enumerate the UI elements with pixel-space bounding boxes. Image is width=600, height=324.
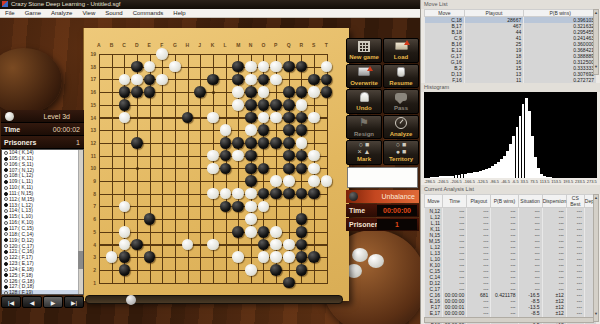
black-stone-L12	[220, 137, 232, 149]
black-stone-R3	[296, 251, 308, 263]
coord-number-18: 18	[86, 64, 96, 70]
white-stone-C5	[119, 226, 131, 238]
white-stone-in-bowl	[368, 254, 384, 268]
score-histogram	[424, 92, 597, 178]
white-stone-R15	[296, 99, 308, 111]
black-stone-N11	[245, 150, 257, 162]
coord-number-10: 10	[86, 165, 96, 171]
level-label: Level 3d	[44, 110, 70, 123]
black-stone-R6	[296, 213, 308, 225]
white-stone-K10	[207, 163, 219, 175]
overwrite-button[interactable]: Overwrite	[346, 64, 382, 89]
white-stone-Q9	[283, 175, 295, 187]
coord-number-2: 2	[86, 267, 96, 273]
column-header[interactable]: Move	[425, 10, 465, 17]
column-header[interactable]: Time	[443, 195, 467, 208]
coord-letter-D: D	[135, 42, 139, 48]
black-stone-D18	[131, 61, 143, 73]
player-prisoners-row: Prisoners 1	[346, 218, 419, 231]
coord-letter-C: C	[122, 42, 126, 48]
time-label: Time	[4, 126, 20, 133]
white-stone-K14	[207, 112, 219, 124]
analyze-button[interactable]: Analyze	[383, 115, 419, 140]
prisoners-row: Prisoners 1	[1, 136, 84, 149]
new-game-button[interactable]: New game	[346, 38, 382, 63]
white-move-icon	[4, 197, 8, 201]
white-move-icon	[4, 162, 8, 166]
white-stone-L13	[220, 124, 232, 136]
axis-label: 113.5	[540, 178, 550, 185]
black-stone-P2	[270, 264, 282, 276]
white-move-icon	[4, 221, 8, 225]
column-header[interactable]: P(B wins)	[491, 195, 518, 208]
engine-panel: Level 3d Time 00:00:02 Prisoners 1 104:(…	[1, 110, 84, 308]
candidate-table-scrollbar[interactable]: ▲▼	[593, 9, 599, 75]
white-move-icon	[4, 256, 8, 260]
black-stone-Q14	[283, 112, 295, 124]
black-stone-J16	[194, 86, 206, 98]
speech-bubble-icon	[384, 90, 418, 104]
black-stone-R16	[296, 86, 308, 98]
white-stone-R12	[296, 137, 308, 149]
coord-number-15: 15	[86, 102, 96, 108]
menu-item-file[interactable]: File	[0, 9, 20, 18]
black-stone-C16	[119, 86, 131, 98]
white-stone-D17	[131, 74, 143, 86]
white-stone-O3	[258, 251, 270, 263]
table-row[interactable]: F,16110.272727	[425, 77, 597, 83]
white-stone-icon	[5, 112, 14, 121]
column-header[interactable]: Move	[425, 195, 443, 208]
player-prisoners-value: 1	[377, 219, 417, 230]
menu-bar: FileGameAnalyzeViewSoundCommandsHelp	[0, 9, 420, 18]
black-stone-icon	[349, 192, 358, 201]
white-stone-P4	[270, 239, 282, 251]
button-label: New game	[347, 53, 381, 61]
axis-label: 33.5	[521, 178, 529, 185]
move-list-panel-caption: Move List	[421, 0, 600, 9]
black-move-icon	[4, 215, 8, 219]
black-stone-Q15	[283, 99, 295, 111]
white-stone-S16	[308, 86, 320, 98]
move-list-scrollbar[interactable]	[78, 150, 83, 294]
black-move-icon	[4, 203, 8, 207]
white-stone-F19	[156, 48, 168, 60]
white-move-icon	[4, 174, 8, 178]
pass-button: Pass	[383, 89, 419, 114]
menu-item-commands[interactable]: Commands	[128, 9, 169, 18]
go-board[interactable]: ABCDEFGHJKLMNOPQRST191817161514131211109…	[83, 28, 349, 301]
black-move-icon	[4, 250, 8, 254]
badge-arrow-icon	[367, 66, 373, 71]
white-stone-S9	[308, 175, 320, 187]
white-stone-K4	[207, 239, 219, 251]
black-stone-Q11	[283, 150, 295, 162]
white-move-icon	[4, 268, 8, 272]
white-stone-S10	[308, 163, 320, 175]
black-stone-R2	[296, 264, 308, 276]
black-stone-Q12	[283, 137, 295, 149]
black-stone-Q18	[283, 61, 295, 73]
black-stone-C15	[119, 99, 131, 111]
black-stone-S3	[308, 251, 320, 263]
black-stone-M7	[232, 201, 244, 213]
black-stone-N10	[245, 163, 257, 175]
black-stone-M12	[232, 137, 244, 149]
badge-arrow-icon	[404, 40, 410, 45]
black-stone-P12	[270, 137, 282, 149]
unbalance-button[interactable]: Unbalance	[346, 190, 419, 203]
last-move-button[interactable]: ▶|	[64, 296, 84, 308]
black-move-icon	[4, 180, 8, 184]
white-stone-P17	[270, 74, 282, 86]
white-stone-T18	[321, 61, 333, 73]
player-time-label: Time	[349, 207, 365, 214]
analysis-table-scrollbar[interactable]: ▲▼	[593, 194, 599, 322]
time-row: Time 00:00:02	[1, 123, 84, 136]
black-stone-D12	[131, 137, 143, 149]
white-move-icon	[4, 209, 8, 213]
black-stone-D16	[131, 86, 143, 98]
black-stone-N16	[245, 86, 257, 98]
black-stone-D4	[131, 239, 143, 251]
black-stone-R5	[296, 226, 308, 238]
stone-cup-icon	[384, 65, 418, 79]
move-analysis-table[interactable]: MoveTimePlayoutP(B wins)SituationDispers…	[424, 194, 597, 324]
white-stone-N7	[245, 201, 257, 213]
coord-number-17: 17	[86, 76, 96, 82]
resume-button[interactable]: Resume	[383, 64, 419, 89]
move-text: 128:( F,19)	[9, 289, 33, 295]
black-stone-Q16	[283, 86, 295, 98]
black-move-icon	[4, 168, 8, 172]
white-stone-Q4	[283, 239, 295, 251]
next-move-button[interactable]: ▶	[43, 296, 63, 308]
player-time-value: 00:00:00	[377, 205, 417, 216]
black-move-icon	[4, 157, 8, 161]
time-value: 00:00:02	[53, 123, 80, 136]
coord-letter-B: B	[110, 42, 114, 48]
black-stone-O5	[258, 226, 270, 238]
axis-label: -6.5	[512, 178, 519, 185]
black-stone-R13	[296, 124, 308, 136]
black-stone-N15	[245, 99, 257, 111]
black-move-icon	[4, 238, 8, 242]
column-header[interactable]: CS Best	[566, 195, 584, 208]
histogram-bar	[549, 177, 552, 178]
white-stone-P9	[270, 175, 282, 187]
menu-item-sound[interactable]: Sound	[100, 9, 127, 18]
coord-number-19: 19	[86, 51, 96, 57]
coord-number-9: 9	[86, 178, 96, 184]
white-stone-O16	[258, 86, 270, 98]
gauge-icon	[384, 116, 418, 130]
white-stone-N18	[245, 61, 257, 73]
coord-letter-A: A	[97, 42, 101, 48]
analysis-pane: Move List MovePlayoutP(B wins)C,18286670…	[420, 0, 600, 324]
white-stone-in-bowl	[352, 248, 368, 262]
white-move-icon	[4, 244, 8, 248]
white-move-icon	[4, 279, 8, 283]
undo-button[interactable]: Undo	[346, 89, 382, 114]
black-stone-O13	[258, 124, 270, 136]
move-slider[interactable]	[85, 295, 343, 304]
white-stone-P3	[270, 251, 282, 263]
black-stone-Q13	[283, 124, 295, 136]
column-header[interactable]: Playout	[464, 10, 524, 17]
black-stone-N14	[245, 112, 257, 124]
axis-label: 233.5	[575, 178, 585, 185]
coord-number-16: 16	[86, 89, 96, 95]
white-stone-P14	[270, 112, 282, 124]
button-label: Resign	[347, 130, 381, 138]
command-button-grid: New gameLoadOverwriteResumeUndoPass⚑Resi…	[346, 38, 419, 165]
board-grid-icon	[347, 39, 381, 53]
button-label: Mark	[347, 155, 381, 163]
menu-item-analyze[interactable]: Analyze	[46, 9, 77, 18]
white-move-icon	[4, 151, 8, 155]
coord-letter-H: H	[186, 42, 190, 48]
white-stone-N2	[245, 264, 257, 276]
level-row: Level 3d	[1, 110, 84, 123]
coord-letter-G: G	[173, 42, 177, 48]
black-stone-M5	[232, 226, 244, 238]
black-stone-O15	[258, 99, 270, 111]
button-label: Analyze	[384, 130, 418, 138]
prisoners-value: 1	[76, 136, 80, 149]
analysis-horizontal-scrollbar[interactable]	[424, 317, 594, 323]
white-stone-K11	[207, 150, 219, 162]
coord-number-7: 7	[86, 203, 96, 209]
black-stone-T17	[321, 74, 333, 86]
window-title: Crazy Stone Deep Learning - Untitled.sgf	[11, 1, 120, 7]
white-stone-M3	[232, 251, 244, 263]
coord-letter-O: O	[261, 42, 265, 48]
coord-letter-N: N	[249, 42, 253, 48]
axis-label: -286.5	[424, 178, 435, 185]
coord-letter-Q: Q	[287, 42, 291, 48]
white-stone-P5	[270, 226, 282, 238]
black-move-icon	[4, 285, 8, 289]
white-stone-M16	[232, 86, 244, 98]
hand-icon	[347, 90, 381, 104]
first-move-button[interactable]: |◀	[1, 296, 21, 308]
white-stone-K8	[207, 188, 219, 200]
histogram-axis-labels: -286.5-246.5-206.5-166.5-126.5-86.5-46.5…	[424, 178, 597, 185]
white-stone-N13	[245, 124, 257, 136]
button-label: Overwrite	[347, 79, 381, 87]
axis-label: -246.5	[437, 178, 448, 185]
axis-label: -86.5	[490, 178, 499, 185]
button-label: Resume	[384, 79, 418, 87]
move-list-item[interactable]: 128:( F,19)	[2, 290, 83, 295]
column-header[interactable]: Playout	[467, 195, 491, 208]
coord-number-12: 12	[86, 140, 96, 146]
menu-item-view[interactable]: View	[77, 9, 100, 18]
resign-button: ⚑Resign	[346, 115, 382, 140]
black-stone-Q10	[283, 163, 295, 175]
white-stone-T9	[321, 175, 333, 187]
white-stone-N5	[245, 226, 257, 238]
coord-letter-K: K	[211, 42, 215, 48]
scrollbar-thumb[interactable]	[78, 251, 83, 269]
menu-item-help[interactable]: Help	[168, 9, 190, 18]
title-bar[interactable]: Crazy Stone Deep Learning - Untitled.sgf	[0, 0, 420, 9]
territory-stones-icon: ○ ■● ■	[384, 141, 418, 155]
coord-number-13: 13	[86, 127, 96, 133]
coord-number-5: 5	[86, 229, 96, 235]
black-stone-N12	[245, 137, 257, 149]
axis-label: -206.5	[450, 178, 461, 185]
column-header[interactable]: P(B wins)	[524, 10, 597, 17]
black-stone-M17	[232, 74, 244, 86]
slider-handle[interactable]	[126, 295, 136, 305]
axis-label: -166.5	[464, 178, 475, 185]
button-label: Territory	[384, 155, 418, 163]
flag-icon: ⚑	[347, 116, 381, 130]
prisoners-label: Prisoners	[4, 139, 36, 146]
axis-label: -46.5	[501, 178, 510, 185]
load-button[interactable]: Load	[383, 38, 419, 63]
black-stone-P15	[270, 99, 282, 111]
coord-number-14: 14	[86, 115, 96, 121]
black-move-icon	[4, 227, 8, 231]
white-stone-F17	[156, 74, 168, 86]
coord-number-6: 6	[86, 216, 96, 222]
prev-move-button[interactable]: ◀	[22, 296, 42, 308]
black-stone-Q8	[283, 188, 295, 200]
axis-label: 153.5	[551, 178, 561, 185]
axis-label: 273.5	[587, 178, 597, 185]
white-stone-N17	[245, 74, 257, 86]
coord-number-3: 3	[86, 254, 96, 260]
black-move-icon	[4, 192, 8, 196]
white-stone-S14	[308, 112, 320, 124]
move-navigation: |◀◀▶▶|	[1, 296, 84, 308]
coord-number-11: 11	[86, 153, 96, 159]
territory-button[interactable]: ○ ■● ■Territory	[383, 140, 419, 165]
coord-number-4: 4	[86, 242, 96, 248]
white-move-icon	[4, 232, 8, 236]
axis-label: 193.5	[563, 178, 573, 185]
menu-item-game[interactable]: Game	[20, 9, 46, 18]
save-disk-icon	[347, 65, 381, 79]
black-stone-bowl	[0, 48, 62, 114]
white-stone-N8	[245, 188, 257, 200]
black-stone-K17	[207, 74, 219, 86]
button-label: Load	[384, 53, 418, 61]
unbalance-label: Unbalance	[382, 193, 415, 200]
column-header[interactable]: Dispersion	[542, 195, 566, 208]
candidate-move-table[interactable]: MovePlayoutP(B wins)C,18286670.396103B,1…	[424, 9, 597, 83]
white-stone-Q3	[283, 251, 295, 263]
coord-letter-J: J	[198, 42, 201, 48]
coord-letter-S: S	[312, 42, 315, 48]
coord-letter-E: E	[148, 42, 151, 48]
white-stone-G18	[169, 61, 181, 73]
folder-open-icon	[384, 39, 418, 53]
star-point-K16	[212, 91, 215, 94]
button-label: Undo	[347, 104, 381, 112]
black-stone-N9	[245, 175, 257, 187]
coord-letter-L: L	[224, 42, 227, 48]
white-stone-S11	[308, 150, 320, 162]
black-move-icon	[4, 273, 8, 277]
move-list[interactable]: 104:( K,14)105:( K,11)106:( S,11)107:( N…	[1, 149, 84, 295]
mark-stones-icon: ○ ■× ▲	[347, 141, 381, 155]
black-move-icon	[4, 262, 8, 266]
coord-letter-R: R	[299, 42, 303, 48]
axis-label: -126.5	[477, 178, 488, 185]
coord-letter-P: P	[274, 42, 277, 48]
app-icon	[2, 1, 8, 7]
black-stone-S17	[308, 74, 320, 86]
coord-number-8: 8	[86, 191, 96, 197]
coord-letter-T: T	[325, 42, 328, 48]
black-stone-Q1	[283, 277, 295, 289]
black-stone-C2	[119, 264, 131, 276]
button-label: Pass	[384, 104, 418, 112]
white-stone-M15	[232, 99, 244, 111]
histogram-caption: Histogram	[421, 83, 600, 92]
coord-letter-F: F	[160, 42, 163, 48]
white-move-icon	[4, 186, 8, 190]
white-move-icon	[4, 291, 8, 295]
analysis-list-caption: Current Analysis List	[421, 185, 600, 194]
black-stone-C3	[119, 251, 131, 263]
column-header[interactable]: Situation	[518, 195, 542, 208]
axis-label: 73.5	[530, 178, 538, 185]
info-subpanel	[347, 167, 418, 188]
player-time-row: Time 00:00:00	[346, 204, 419, 217]
coord-number-1: 1	[86, 280, 96, 286]
black-stone-T16	[321, 86, 333, 98]
mark-button[interactable]: ○ ■× ▲Mark	[346, 140, 382, 165]
white-stone-N6	[245, 213, 257, 225]
black-stone-O12	[258, 137, 270, 149]
coord-letter-M: M	[236, 42, 240, 48]
